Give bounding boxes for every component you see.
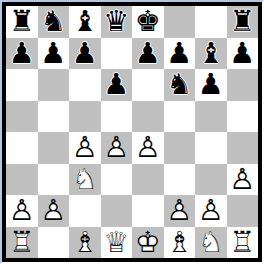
- piece-glyph: ♙: [132, 132, 164, 164]
- square-e6[interactable]: [132, 69, 164, 101]
- square-e1[interactable]: ♚♔: [132, 227, 164, 259]
- square-f4[interactable]: [164, 132, 196, 164]
- piece-glyph: ♖: [6, 227, 38, 259]
- square-g3[interactable]: [195, 164, 227, 196]
- piece-white-pawn[interactable]: ♟♙: [69, 132, 101, 164]
- square-f2[interactable]: ♟♙: [164, 195, 196, 227]
- piece-fill: ♟: [6, 195, 38, 227]
- piece-glyph: ♝: [69, 6, 101, 38]
- piece-black-rook[interactable]: ♜: [227, 6, 259, 38]
- piece-black-knight[interactable]: ♞: [164, 69, 196, 101]
- square-b1[interactable]: [38, 227, 70, 259]
- square-e3[interactable]: [132, 164, 164, 196]
- piece-white-pawn[interactable]: ♟♙: [227, 164, 259, 196]
- piece-black-pawn[interactable]: ♟: [6, 38, 38, 70]
- piece-black-pawn[interactable]: ♟: [101, 69, 133, 101]
- square-h4[interactable]: [227, 132, 259, 164]
- piece-white-rook[interactable]: ♜♖: [227, 227, 259, 259]
- piece-glyph: ♙: [195, 195, 227, 227]
- piece-fill: ♟: [164, 195, 196, 227]
- square-d5[interactable]: [101, 101, 133, 133]
- square-a3[interactable]: [6, 164, 38, 196]
- piece-white-knight[interactable]: ♞♘: [195, 227, 227, 259]
- piece-white-pawn[interactable]: ♟♙: [38, 195, 70, 227]
- piece-fill: ♛: [101, 227, 133, 259]
- square-d4[interactable]: ♟♙: [101, 132, 133, 164]
- square-d8[interactable]: ♛: [101, 6, 133, 38]
- piece-glyph: ♟: [227, 38, 259, 70]
- piece-white-rook[interactable]: ♜♖: [6, 227, 38, 259]
- piece-glyph: ♟: [69, 38, 101, 70]
- square-b7[interactable]: ♟: [38, 38, 70, 70]
- piece-glyph: ♘: [69, 164, 101, 196]
- piece-glyph: ♛: [101, 6, 133, 38]
- piece-white-knight[interactable]: ♞♘: [69, 164, 101, 196]
- square-e8[interactable]: ♚: [132, 6, 164, 38]
- piece-glyph: ♙: [164, 195, 196, 227]
- piece-fill: ♝: [69, 227, 101, 259]
- piece-black-pawn[interactable]: ♟: [132, 38, 164, 70]
- piece-glyph: ♚: [132, 6, 164, 38]
- square-f6[interactable]: ♞: [164, 69, 196, 101]
- piece-white-queen[interactable]: ♛♕: [101, 227, 133, 259]
- square-a2[interactable]: ♟♙: [6, 195, 38, 227]
- board-frame: ♜♞♝♛♚♜♟♟♟♟♟♝♟♟♞♟♟♙♟♙♟♙♞♘♟♙♟♙♟♙♟♙♟♙♜♖♝♗♛♕…: [0, 0, 264, 264]
- piece-glyph: ♜: [6, 6, 38, 38]
- piece-fill: ♚: [132, 227, 164, 259]
- piece-black-pawn[interactable]: ♟: [227, 38, 259, 70]
- piece-black-pawn[interactable]: ♟: [38, 38, 70, 70]
- square-f8[interactable]: [164, 6, 196, 38]
- piece-black-rook[interactable]: ♜: [6, 6, 38, 38]
- piece-glyph: ♙: [38, 195, 70, 227]
- piece-black-pawn[interactable]: ♟: [69, 38, 101, 70]
- piece-black-king[interactable]: ♚: [132, 6, 164, 38]
- square-b8[interactable]: ♞: [38, 6, 70, 38]
- square-c2[interactable]: [69, 195, 101, 227]
- square-a4[interactable]: [6, 132, 38, 164]
- piece-glyph: ♖: [227, 227, 259, 259]
- square-b4[interactable]: [38, 132, 70, 164]
- square-a1[interactable]: ♜♖: [6, 227, 38, 259]
- square-e4[interactable]: ♟♙: [132, 132, 164, 164]
- piece-white-pawn[interactable]: ♟♙: [6, 195, 38, 227]
- square-h3[interactable]: ♟♙: [227, 164, 259, 196]
- piece-glyph: ♗: [164, 227, 196, 259]
- piece-fill: ♟: [132, 132, 164, 164]
- piece-black-pawn[interactable]: ♟: [195, 69, 227, 101]
- square-h6[interactable]: [227, 69, 259, 101]
- square-e5[interactable]: [132, 101, 164, 133]
- square-d3[interactable]: [101, 164, 133, 196]
- square-g5[interactable]: [195, 101, 227, 133]
- square-e2[interactable]: [132, 195, 164, 227]
- piece-black-queen[interactable]: ♛: [101, 6, 133, 38]
- chess-board: ♜♞♝♛♚♜♟♟♟♟♟♝♟♟♞♟♟♙♟♙♟♙♞♘♟♙♟♙♟♙♟♙♟♙♜♖♝♗♛♕…: [6, 6, 258, 258]
- piece-glyph: ♟: [195, 69, 227, 101]
- piece-white-bishop[interactable]: ♝♗: [164, 227, 196, 259]
- square-b2[interactable]: ♟♙: [38, 195, 70, 227]
- piece-fill: ♜: [6, 227, 38, 259]
- square-d6[interactable]: ♟: [101, 69, 133, 101]
- piece-glyph: ♙: [6, 195, 38, 227]
- piece-glyph: ♟: [132, 38, 164, 70]
- square-f3[interactable]: [164, 164, 196, 196]
- square-c3[interactable]: ♞♘: [69, 164, 101, 196]
- square-d1[interactable]: ♛♕: [101, 227, 133, 259]
- piece-black-bishop[interactable]: ♝: [195, 38, 227, 70]
- piece-fill: ♟: [38, 195, 70, 227]
- piece-white-king[interactable]: ♚♔: [132, 227, 164, 259]
- piece-glyph: ♕: [101, 227, 133, 259]
- piece-glyph: ♘: [195, 227, 227, 259]
- piece-fill: ♟: [195, 195, 227, 227]
- square-h7[interactable]: ♟: [227, 38, 259, 70]
- piece-black-knight[interactable]: ♞: [38, 6, 70, 38]
- square-a6[interactable]: [6, 69, 38, 101]
- square-g7[interactable]: ♝: [195, 38, 227, 70]
- square-c7[interactable]: ♟: [69, 38, 101, 70]
- square-g2[interactable]: ♟♙: [195, 195, 227, 227]
- square-a5[interactable]: [6, 101, 38, 133]
- square-h2[interactable]: [227, 195, 259, 227]
- piece-fill: ♞: [195, 227, 227, 259]
- square-b3[interactable]: [38, 164, 70, 196]
- piece-fill: ♟: [69, 132, 101, 164]
- square-g1[interactable]: ♞♘: [195, 227, 227, 259]
- square-c1[interactable]: ♝♗: [69, 227, 101, 259]
- square-d2[interactable]: [101, 195, 133, 227]
- piece-glyph: ♙: [69, 132, 101, 164]
- piece-black-pawn[interactable]: ♟: [164, 38, 196, 70]
- square-g6[interactable]: ♟: [195, 69, 227, 101]
- square-c8[interactable]: ♝: [69, 6, 101, 38]
- square-g8[interactable]: [195, 6, 227, 38]
- piece-glyph: ♟: [6, 38, 38, 70]
- square-b5[interactable]: [38, 101, 70, 133]
- square-c5[interactable]: [69, 101, 101, 133]
- square-f7[interactable]: ♟: [164, 38, 196, 70]
- square-h8[interactable]: ♜: [227, 6, 259, 38]
- piece-glyph: ♔: [132, 227, 164, 259]
- square-c6[interactable]: [69, 69, 101, 101]
- piece-glyph: ♟: [164, 38, 196, 70]
- square-h5[interactable]: [227, 101, 259, 133]
- square-a7[interactable]: ♟: [6, 38, 38, 70]
- piece-fill: ♟: [227, 164, 259, 196]
- piece-glyph: ♙: [101, 132, 133, 164]
- square-a8[interactable]: ♜: [6, 6, 38, 38]
- piece-glyph: ♗: [69, 227, 101, 259]
- piece-glyph: ♜: [227, 6, 259, 38]
- piece-fill: ♜: [227, 227, 259, 259]
- square-f5[interactable]: [164, 101, 196, 133]
- piece-white-pawn[interactable]: ♟♙: [101, 132, 133, 164]
- piece-fill: ♝: [164, 227, 196, 259]
- square-f1[interactable]: ♝♗: [164, 227, 196, 259]
- piece-fill: ♟: [101, 132, 133, 164]
- piece-fill: ♞: [69, 164, 101, 196]
- square-h1[interactable]: ♜♖: [227, 227, 259, 259]
- piece-white-pawn[interactable]: ♟♙: [132, 132, 164, 164]
- board-inner-border: ♜♞♝♛♚♜♟♟♟♟♟♝♟♟♞♟♟♙♟♙♟♙♞♘♟♙♟♙♟♙♟♙♟♙♜♖♝♗♛♕…: [2, 2, 262, 262]
- square-g4[interactable]: [195, 132, 227, 164]
- piece-glyph: ♞: [38, 6, 70, 38]
- piece-white-bishop[interactable]: ♝♗: [69, 227, 101, 259]
- piece-white-pawn[interactable]: ♟♙: [164, 195, 196, 227]
- piece-glyph: ♟: [101, 69, 133, 101]
- piece-black-bishop[interactable]: ♝: [69, 6, 101, 38]
- square-b6[interactable]: [38, 69, 70, 101]
- piece-glyph: ♝: [195, 38, 227, 70]
- piece-white-pawn[interactable]: ♟♙: [195, 195, 227, 227]
- square-d7[interactable]: [101, 38, 133, 70]
- piece-glyph: ♙: [227, 164, 259, 196]
- square-c4[interactable]: ♟♙: [69, 132, 101, 164]
- square-e7[interactable]: ♟: [132, 38, 164, 70]
- piece-glyph: ♞: [164, 69, 196, 101]
- piece-glyph: ♟: [38, 38, 70, 70]
